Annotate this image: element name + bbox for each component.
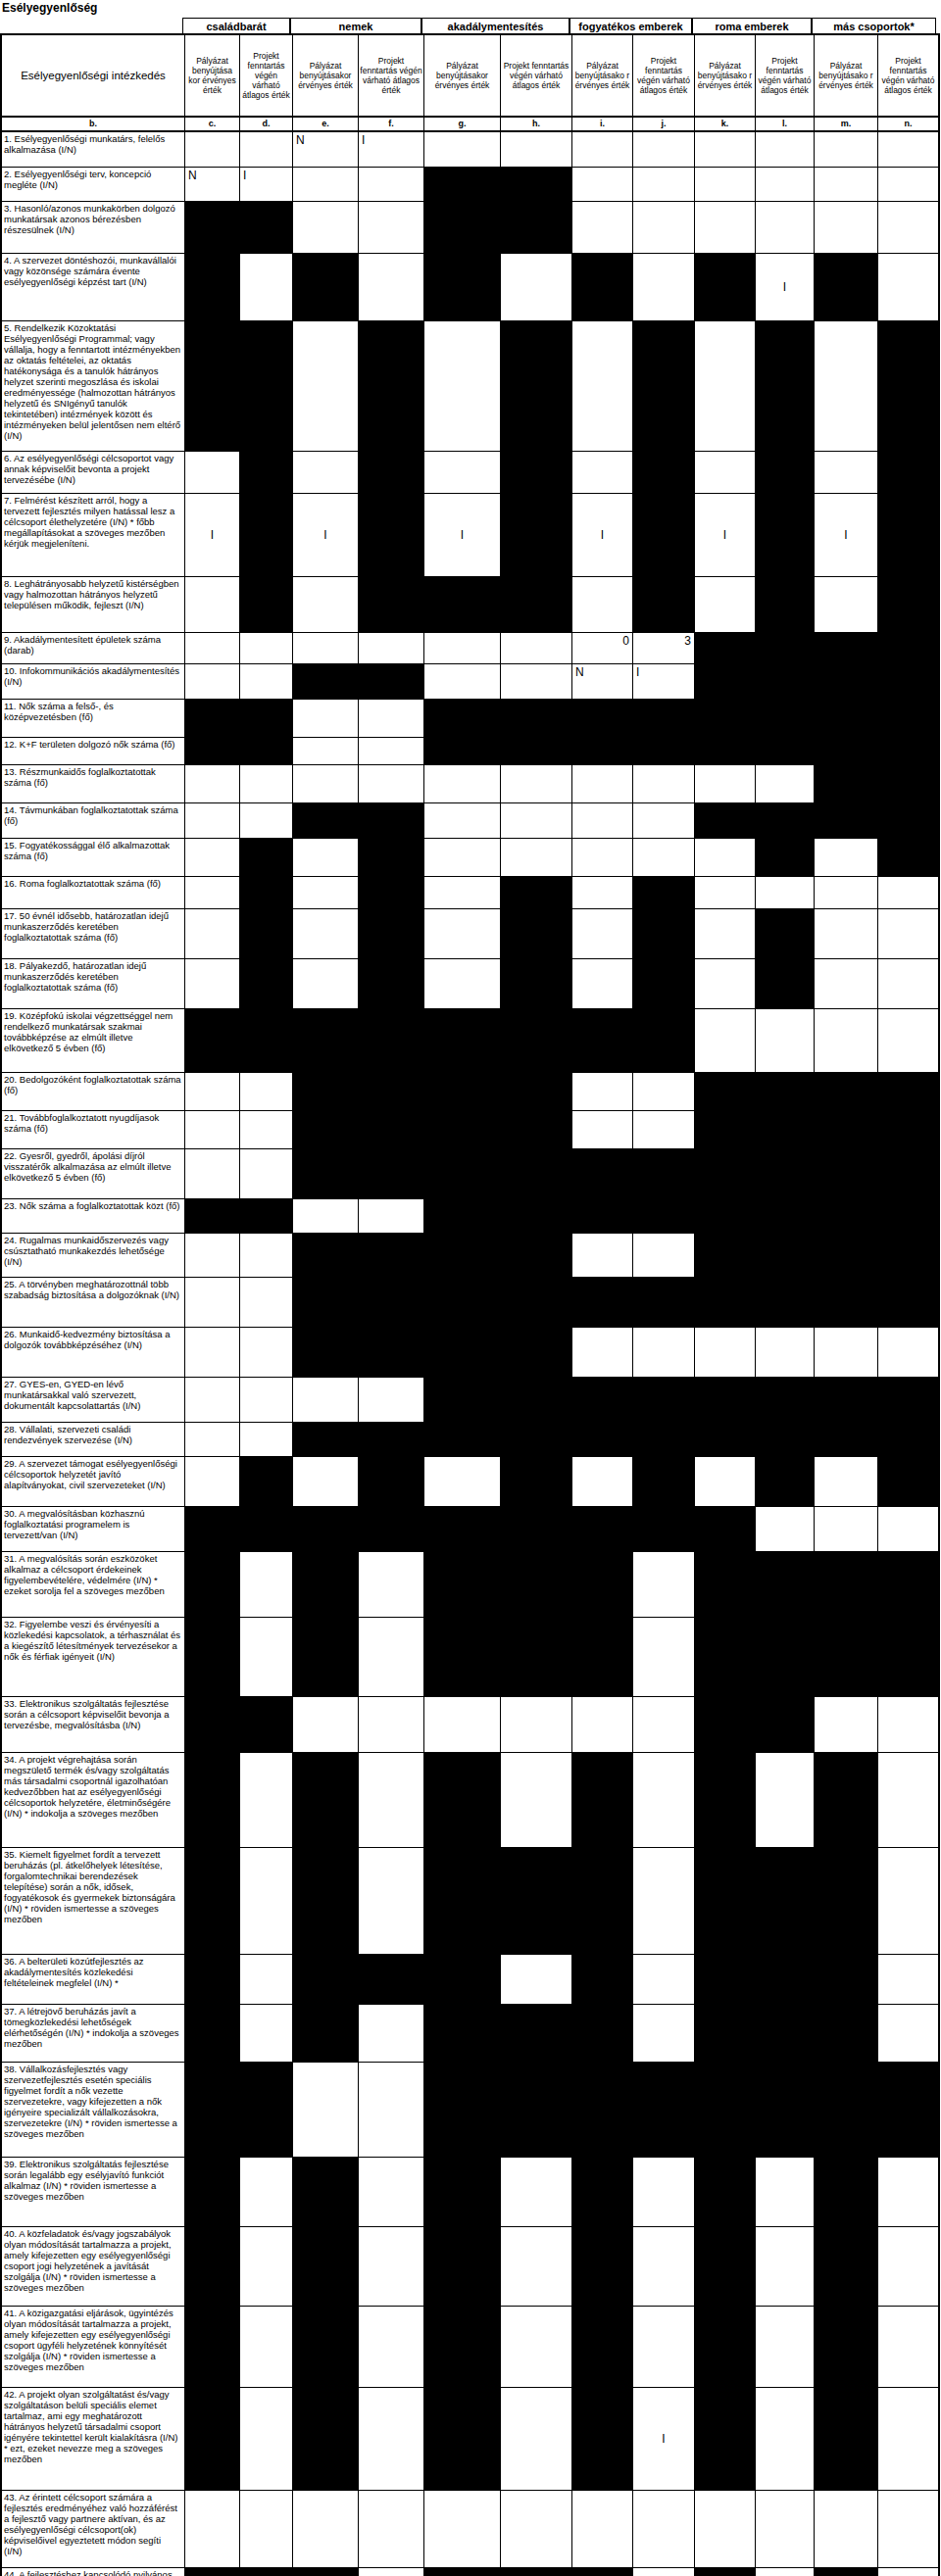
input-cell-k2[interactable] [694, 168, 755, 201]
input-cell-h14[interactable] [500, 803, 571, 838]
input-cell-i13[interactable] [571, 765, 632, 802]
input-cell-h39[interactable] [500, 2158, 571, 2226]
row-label: 27. GYES-en, GYED-en lévő munkatársakkal… [2, 1378, 184, 1422]
input-cell-l16[interactable] [755, 877, 814, 908]
input-cell-f3[interactable] [358, 202, 423, 253]
input-cell-g6[interactable] [423, 452, 500, 493]
input-cell-j13[interactable] [632, 765, 694, 802]
input-cell-g15[interactable] [423, 839, 500, 876]
input-cell-h13[interactable] [500, 765, 571, 802]
input-cell-n42[interactable] [877, 2388, 938, 2490]
input-cell-k15[interactable] [694, 839, 755, 876]
input-cell-k5[interactable] [694, 321, 755, 451]
input-cell-j35[interactable] [632, 1848, 694, 1954]
input-cell-j4[interactable] [632, 254, 694, 320]
input-cell-n30[interactable] [877, 1507, 938, 1551]
input-cell-g29[interactable] [423, 1457, 500, 1506]
input-cell-j26[interactable] [632, 1328, 694, 1377]
input-cell-d10[interactable] [239, 664, 292, 699]
blocked-cell-f20 [358, 1073, 423, 1110]
input-cell-n41[interactable] [877, 2307, 938, 2387]
input-cell-n1[interactable] [877, 132, 938, 167]
input-cell-c17[interactable] [184, 909, 239, 958]
table-row: 44. A fejlesztéshez kapcsolódó nyilvános… [2, 2567, 938, 2576]
input-cell-d36[interactable] [239, 1955, 292, 2004]
input-cell-c13[interactable] [184, 765, 239, 802]
input-cell-i14[interactable] [571, 803, 632, 838]
input-cell-i43[interactable] [571, 2491, 632, 2567]
blocked-cell-k21 [694, 1111, 755, 1148]
input-cell-e16[interactable] [292, 877, 358, 908]
row-label: 28. Vállalati, szervezeti családi rendez… [2, 1423, 184, 1456]
input-cell-f13[interactable] [358, 765, 423, 802]
input-cell-c2[interactable]: N [184, 168, 239, 201]
input-cell-l19[interactable] [755, 1009, 814, 1072]
input-cell-i18[interactable] [571, 959, 632, 1008]
input-cell-f38[interactable] [358, 2063, 423, 2157]
input-cell-n35[interactable] [877, 1848, 938, 1954]
blocked-cell-j29 [632, 1457, 694, 1506]
input-cell-g33[interactable] [423, 1697, 500, 1752]
input-cell-n18[interactable] [877, 959, 938, 1008]
blocked-cell-h28 [500, 1423, 571, 1456]
input-cell-g5[interactable] [423, 321, 500, 451]
input-cell-m6[interactable] [814, 452, 877, 493]
blocked-cell-c40 [184, 2227, 239, 2306]
input-cell-d39[interactable] [239, 2158, 292, 2226]
input-cell-m18[interactable] [814, 959, 877, 1008]
input-cell-m8[interactable] [814, 577, 877, 632]
input-cell-e27[interactable] [292, 1378, 358, 1422]
blocked-cell-d7 [239, 494, 292, 576]
input-cell-h9[interactable] [500, 633, 571, 663]
input-cell-c20[interactable] [184, 1073, 239, 1110]
blocked-cell-l14 [755, 803, 814, 838]
blocked-cell-e19 [292, 1009, 358, 1072]
blocked-cell-k22 [694, 1149, 755, 1198]
row-label: 22. Gyesről, gyedről, ápolási díjról vis… [2, 1149, 184, 1198]
blocked-cell-d38 [239, 2063, 292, 2157]
input-cell-j2[interactable] [632, 168, 694, 201]
input-cell-g10[interactable] [423, 664, 500, 699]
blocked-cell-l9 [755, 633, 814, 663]
input-cell-h4[interactable] [500, 254, 571, 320]
input-cell-g7[interactable]: I [423, 494, 500, 576]
input-cell-d13[interactable] [239, 765, 292, 802]
input-cell-f41[interactable] [358, 2307, 423, 2387]
blocked-cell-c37 [184, 2005, 239, 2062]
input-cell-f33[interactable] [358, 1697, 423, 1752]
input-cell-j33[interactable] [632, 1697, 694, 1752]
input-cell-j43[interactable] [632, 2491, 694, 2567]
input-cell-m1[interactable] [814, 132, 877, 167]
input-cell-d28[interactable] [239, 1423, 292, 1456]
input-cell-h1[interactable] [500, 132, 571, 167]
row-label: 24. Rugalmas munkaidőszervezés vagy csús… [2, 1234, 184, 1277]
input-cell-k3[interactable] [694, 202, 755, 253]
input-cell-f44[interactable] [358, 2568, 423, 2576]
input-cell-i24[interactable] [571, 1234, 632, 1277]
input-cell-d25[interactable] [239, 1278, 292, 1327]
input-cell-d37[interactable] [239, 2005, 292, 2062]
input-cell-i5[interactable] [571, 321, 632, 451]
input-cell-j20[interactable] [632, 1073, 694, 1110]
input-cell-m2[interactable] [814, 168, 877, 201]
input-cell-c6[interactable] [184, 452, 239, 493]
input-cell-n2[interactable] [877, 168, 938, 201]
input-cell-f9[interactable] [358, 633, 423, 663]
blocked-cell-m36 [814, 1955, 877, 2004]
input-cell-h34[interactable] [500, 1753, 571, 1847]
blocked-cell-j18 [632, 959, 694, 1008]
row-label: 25. A törvényben meghatározottnál több s… [2, 1278, 184, 1327]
input-cell-f2[interactable] [358, 168, 423, 201]
input-cell-j3[interactable] [632, 202, 694, 253]
input-cell-n17[interactable] [877, 909, 938, 958]
input-cell-d1[interactable] [239, 132, 292, 167]
input-cell-i2[interactable] [571, 168, 632, 201]
blocked-cell-j5 [632, 321, 694, 451]
input-cell-c1[interactable] [184, 132, 239, 167]
input-cell-i26[interactable] [571, 1328, 632, 1377]
input-cell-j42[interactable]: I [632, 2388, 694, 2490]
blocked-cell-l6 [755, 452, 814, 493]
input-cell-m5[interactable] [814, 321, 877, 451]
input-cell-e2[interactable] [292, 168, 358, 201]
blocked-cell-c4 [184, 254, 239, 320]
input-cell-l4[interactable]: I [755, 254, 814, 320]
input-cell-j9[interactable]: 3 [632, 633, 694, 663]
input-cell-k17[interactable] [694, 909, 755, 958]
input-cell-c10[interactable] [184, 664, 239, 699]
table-row: 27. GYES-en, GYED-en lévő munkatársakkal… [2, 1377, 938, 1422]
column-header-label: Projekt fenntartás végén várható átlagos… [877, 35, 938, 116]
input-cell-n4[interactable] [877, 254, 938, 320]
input-cell-c18[interactable] [184, 959, 239, 1008]
input-cell-f42[interactable] [358, 2388, 423, 2490]
input-cell-d22[interactable] [239, 1149, 292, 1198]
input-cell-g16[interactable] [423, 877, 500, 908]
blocked-cell-g40 [423, 2227, 500, 2306]
input-cell-e17[interactable] [292, 909, 358, 958]
input-cell-h43[interactable] [500, 2491, 571, 2567]
input-cell-i33[interactable] [571, 1697, 632, 1752]
blocked-cell-i23 [571, 1199, 632, 1233]
input-cell-j40[interactable] [632, 2227, 694, 2306]
blocked-cell-e21 [292, 1111, 358, 1148]
table-row: 26. Munkaidő-kedvezmény biztosítása a do… [2, 1327, 938, 1377]
input-cell-c22[interactable] [184, 1149, 239, 1198]
input-cell-f12[interactable] [358, 738, 423, 764]
input-cell-m17[interactable] [814, 909, 877, 958]
input-cell-c8[interactable] [184, 577, 239, 632]
input-cell-n34[interactable] [877, 1753, 938, 1847]
blocked-cell-n38 [877, 2063, 938, 2157]
input-cell-c16[interactable] [184, 877, 239, 908]
input-cell-m19[interactable] [814, 1009, 877, 1072]
input-cell-c24[interactable] [184, 1234, 239, 1277]
input-cell-c43[interactable] [184, 2491, 239, 2567]
input-cell-e15[interactable] [292, 839, 358, 876]
input-cell-f37[interactable] [358, 2005, 423, 2062]
input-cell-i29[interactable] [571, 1457, 632, 1506]
input-cell-n40[interactable] [877, 2227, 938, 2306]
input-cell-j14[interactable] [632, 803, 694, 838]
input-cell-e1[interactable]: N [292, 132, 358, 167]
input-cell-j31[interactable] [632, 1552, 694, 1617]
input-cell-e8[interactable] [292, 577, 358, 632]
row-label: 1. Esélyegyenlőségi munkatárs, felelős a… [2, 132, 184, 167]
input-cell-g13[interactable] [423, 765, 500, 802]
column-letter: f. [358, 118, 423, 130]
input-cell-m3[interactable] [814, 202, 877, 253]
input-cell-n43[interactable] [877, 2491, 938, 2567]
input-cell-k8[interactable] [694, 577, 755, 632]
input-cell-k7[interactable]: I [694, 494, 755, 576]
input-cell-h40[interactable] [500, 2227, 571, 2306]
input-cell-l26[interactable] [755, 1328, 814, 1377]
row-label: 13. Részmunkaidős foglalkoztatottak szám… [2, 765, 184, 802]
input-cell-d41[interactable] [239, 2307, 292, 2387]
input-cell-n19[interactable] [877, 1009, 938, 1072]
blocked-cell-c31 [184, 1552, 239, 1617]
input-cell-c15[interactable] [184, 839, 239, 876]
input-cell-k6[interactable] [694, 452, 755, 493]
input-cell-d35[interactable] [239, 1848, 292, 1954]
entry-value: I [723, 529, 726, 542]
input-cell-l43[interactable] [755, 2491, 814, 2567]
input-cell-m7[interactable]: I [814, 494, 877, 576]
input-cell-n3[interactable] [877, 202, 938, 253]
input-cell-j24[interactable] [632, 1234, 694, 1277]
input-cell-j41[interactable] [632, 2307, 694, 2387]
input-cell-n44[interactable] [877, 2568, 938, 2576]
blocked-cell-k37 [694, 2005, 755, 2062]
input-cell-e6[interactable] [292, 452, 358, 493]
input-cell-e3[interactable] [292, 202, 358, 253]
input-cell-e38[interactable] [292, 2063, 358, 2157]
input-cell-j36[interactable] [632, 1955, 694, 2004]
input-cell-n36[interactable] [877, 1955, 938, 2004]
table-row: 37. A létrejövő beruházás javít a tömegk… [2, 2004, 938, 2062]
input-cell-n37[interactable] [877, 2005, 938, 2062]
input-cell-m29[interactable] [814, 1457, 877, 1506]
input-cell-f27[interactable] [358, 1378, 423, 1422]
input-cell-j1[interactable] [632, 132, 694, 167]
input-cell-d4[interactable] [239, 254, 292, 320]
input-cell-g1[interactable] [423, 132, 500, 167]
input-cell-f35[interactable] [358, 1848, 423, 1954]
input-cell-f23[interactable] [358, 1199, 423, 1233]
blocked-cell-m37 [814, 2005, 877, 2062]
input-cell-i8[interactable] [571, 577, 632, 632]
input-cell-l41[interactable] [755, 2307, 814, 2387]
input-cell-l39[interactable] [755, 2158, 814, 2226]
column-letter: m. [814, 118, 877, 130]
input-cell-e5[interactable] [292, 321, 358, 451]
input-cell-j37[interactable] [632, 2005, 694, 2062]
input-cell-f1[interactable]: I [358, 132, 423, 167]
blocked-cell-e14 [292, 803, 358, 838]
input-cell-k16[interactable] [694, 877, 755, 908]
input-cell-k43[interactable] [694, 2491, 755, 2567]
input-cell-m26[interactable] [814, 1328, 877, 1377]
input-cell-d34[interactable] [239, 1753, 292, 1847]
column-letter: k. [694, 118, 755, 130]
input-cell-g9[interactable] [423, 633, 500, 663]
input-cell-m33[interactable] [814, 1697, 877, 1752]
input-cell-l44[interactable] [755, 2568, 814, 2576]
input-cell-j44[interactable] [632, 2568, 694, 2576]
input-cell-c29[interactable] [184, 1457, 239, 1506]
input-cell-d31[interactable] [239, 1552, 292, 1617]
input-cell-l1[interactable] [755, 132, 814, 167]
input-cell-f43[interactable] [358, 2491, 423, 2567]
input-cell-e11[interactable] [292, 700, 358, 737]
input-cell-l34[interactable] [755, 1753, 814, 1847]
input-cell-l30[interactable] [755, 1507, 814, 1551]
entry-value: I [461, 529, 464, 542]
blocked-cell-f5 [358, 321, 423, 451]
input-cell-g18[interactable] [423, 959, 500, 1008]
input-cell-d9[interactable] [239, 633, 292, 663]
input-cell-m15[interactable] [814, 839, 877, 876]
input-cell-f31[interactable] [358, 1552, 423, 1617]
row-label: 7. Felmérést készített arról, hogy a ter… [2, 494, 184, 576]
input-cell-c25[interactable] [184, 1278, 239, 1327]
blocked-cell-h21 [500, 1111, 571, 1148]
input-cell-j39[interactable] [632, 2158, 694, 2226]
input-cell-h36[interactable] [500, 1955, 571, 2004]
input-cell-i15[interactable] [571, 839, 632, 876]
input-cell-i17[interactable] [571, 909, 632, 958]
input-cell-k19[interactable] [694, 1009, 755, 1072]
input-cell-c26[interactable] [184, 1328, 239, 1377]
blocked-cell-l35 [755, 1848, 814, 1954]
input-cell-f39[interactable] [358, 2158, 423, 2226]
input-cell-c28[interactable] [184, 1423, 239, 1456]
input-cell-i1[interactable] [571, 132, 632, 167]
blocked-cell-m35 [814, 1848, 877, 1954]
entry-value: N [296, 134, 305, 147]
input-cell-f11[interactable] [358, 700, 423, 737]
input-cell-d43[interactable] [239, 2491, 292, 2567]
input-cell-i20[interactable] [571, 1073, 632, 1110]
input-cell-c7[interactable]: I [184, 494, 239, 576]
input-cell-k29[interactable] [694, 1457, 755, 1506]
blocked-cell-h23 [500, 1199, 571, 1233]
input-cell-i21[interactable] [571, 1111, 632, 1148]
input-cell-d20[interactable] [239, 1073, 292, 1110]
row-label: 38. Vállalkozásfejlesztés vagy szervezet… [2, 2063, 184, 2157]
column-header-label: Projekt fenntartás végén várható átlagos… [358, 35, 423, 116]
blocked-cell-e44 [292, 2568, 358, 2576]
input-cell-n33[interactable] [877, 1697, 938, 1752]
input-cell-l42[interactable] [755, 2388, 814, 2490]
input-cell-c21[interactable] [184, 1111, 239, 1148]
input-cell-e23[interactable] [292, 1199, 358, 1233]
input-cell-d32[interactable] [239, 1618, 292, 1696]
input-cell-l40[interactable] [755, 2227, 814, 2306]
input-cell-h15[interactable] [500, 839, 571, 876]
input-cell-j34[interactable] [632, 1753, 694, 1847]
input-cell-l13[interactable] [755, 765, 814, 802]
input-cell-k1[interactable] [694, 132, 755, 167]
input-cell-m16[interactable] [814, 877, 877, 908]
input-cell-n26[interactable] [877, 1328, 938, 1377]
input-cell-n16[interactable] [877, 877, 938, 908]
input-cell-e33[interactable] [292, 1697, 358, 1752]
blocked-cell-d16 [239, 877, 292, 908]
input-cell-f40[interactable] [358, 2227, 423, 2306]
input-cell-g14[interactable] [423, 803, 500, 838]
input-cell-l2[interactable] [755, 168, 814, 201]
column-letter: j. [632, 118, 694, 130]
input-cell-i9[interactable]: 0 [571, 633, 632, 663]
input-cell-f34[interactable] [358, 1753, 423, 1847]
input-cell-h33[interactable] [500, 1697, 571, 1752]
input-cell-k13[interactable] [694, 765, 755, 802]
input-cell-j15[interactable] [632, 839, 694, 876]
input-cell-e18[interactable] [292, 959, 358, 1008]
input-cell-j10[interactable]: I [632, 664, 694, 699]
input-cell-d27[interactable] [239, 1378, 292, 1422]
input-cell-d21[interactable] [239, 1111, 292, 1148]
input-cell-d42[interactable] [239, 2388, 292, 2490]
input-cell-k18[interactable] [694, 959, 755, 1008]
input-cell-n39[interactable] [877, 2158, 938, 2226]
input-cell-i3[interactable] [571, 202, 632, 253]
input-cell-h41[interactable] [500, 2307, 571, 2387]
input-cell-c14[interactable] [184, 803, 239, 838]
input-cell-e13[interactable] [292, 765, 358, 802]
blocked-cell-l7 [755, 494, 814, 576]
input-cell-f4[interactable] [358, 254, 423, 320]
input-cell-j32[interactable] [632, 1618, 694, 1696]
input-cell-e9[interactable] [292, 633, 358, 663]
blocked-cell-k9 [694, 633, 755, 663]
input-cell-i16[interactable] [571, 877, 632, 908]
column-letter: n. [877, 118, 938, 130]
input-cell-l3[interactable] [755, 202, 814, 253]
input-cell-f32[interactable] [358, 1618, 423, 1696]
input-cell-m43[interactable] [814, 2491, 877, 2567]
input-cell-k26[interactable] [694, 1328, 755, 1377]
blocked-cell-m34 [814, 1753, 877, 1847]
input-cell-g43[interactable] [423, 2491, 500, 2567]
input-cell-j21[interactable] [632, 1111, 694, 1148]
input-cell-d40[interactable] [239, 2227, 292, 2306]
input-cell-e29[interactable] [292, 1457, 358, 1506]
input-cell-e12[interactable] [292, 738, 358, 764]
input-cell-c27[interactable] [184, 1378, 239, 1422]
input-cell-d14[interactable] [239, 803, 292, 838]
input-cell-g17[interactable] [423, 909, 500, 958]
input-cell-e43[interactable] [292, 2491, 358, 2567]
input-cell-c9[interactable] [184, 633, 239, 663]
blocked-cell-n8 [877, 577, 938, 632]
input-cell-h10[interactable] [500, 664, 571, 699]
input-cell-i7[interactable]: I [571, 494, 632, 576]
input-cell-d26[interactable] [239, 1328, 292, 1377]
input-cell-h42[interactable] [500, 2388, 571, 2490]
input-cell-m30[interactable] [814, 1507, 877, 1551]
input-cell-e7[interactable]: I [292, 494, 358, 576]
input-cell-d2[interactable]: I [239, 168, 292, 201]
input-cell-i10[interactable]: N [571, 664, 632, 699]
input-cell-d24[interactable] [239, 1234, 292, 1277]
input-cell-i6[interactable] [571, 452, 632, 493]
